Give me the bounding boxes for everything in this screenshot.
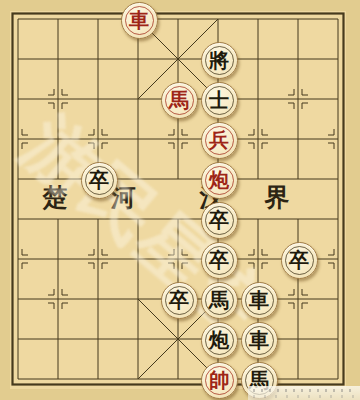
piece-red-chariot-f3r0[interactable]: 車 xyxy=(121,2,158,39)
piece-red-cannon-f5r4[interactable]: 炮 xyxy=(201,162,238,199)
piece-black-soldier-f5r6[interactable]: 卒 xyxy=(201,242,238,279)
watermark-bar-text-blur xyxy=(253,389,356,392)
piece-red-general-f5r9[interactable]: 帥 xyxy=(201,362,238,399)
piece-black-soldier-f5r5[interactable]: 卒 xyxy=(201,202,238,239)
xiangqi-screenshot-root: 楚 河 汉 界 游民星空 車將馬士兵卒炮卒卒卒卒馬車炮車帥馬 xyxy=(0,0,360,400)
piece-glyph: 車 xyxy=(242,283,277,318)
piece-glyph: 卒 xyxy=(82,163,117,198)
piece-glyph: 帥 xyxy=(202,363,237,398)
piece-black-soldier-f4r7[interactable]: 卒 xyxy=(161,282,198,319)
piece-black-general-f5r1[interactable]: 將 xyxy=(201,42,238,79)
watermark-bar-text-blur-2 xyxy=(253,395,356,398)
piece-black-horse-f5r7[interactable]: 馬 xyxy=(201,282,238,319)
piece-glyph: 炮 xyxy=(202,163,237,198)
piece-black-chariot-f6r7[interactable]: 車 xyxy=(241,282,278,319)
piece-black-cannon-f5r8[interactable]: 炮 xyxy=(201,322,238,359)
piece-red-soldier-f5r3[interactable]: 兵 xyxy=(201,122,238,159)
piece-glyph: 炮 xyxy=(202,323,237,358)
piece-glyph: 卒 xyxy=(162,283,197,318)
piece-glyph: 馬 xyxy=(202,283,237,318)
piece-glyph: 卒 xyxy=(282,243,317,278)
piece-glyph: 馬 xyxy=(162,83,197,118)
piece-black-soldier-f2r4[interactable]: 卒 xyxy=(81,162,118,199)
piece-glyph: 將 xyxy=(202,43,237,78)
piece-glyph: 卒 xyxy=(202,203,237,238)
piece-black-advisor-f5r2[interactable]: 士 xyxy=(201,82,238,119)
pieces-layer: 車將馬士兵卒炮卒卒卒卒馬車炮車帥馬 xyxy=(0,0,360,400)
piece-glyph: 車 xyxy=(122,3,157,38)
piece-red-horse-f4r2[interactable]: 馬 xyxy=(161,82,198,119)
piece-black-soldier-f7r6[interactable]: 卒 xyxy=(281,242,318,279)
piece-glyph: 卒 xyxy=(202,243,237,278)
piece-black-chariot-f6r8[interactable]: 車 xyxy=(241,322,278,359)
piece-glyph: 士 xyxy=(202,83,237,118)
piece-glyph: 車 xyxy=(242,323,277,358)
piece-glyph: 兵 xyxy=(202,123,237,158)
watermark-bar xyxy=(248,386,360,400)
